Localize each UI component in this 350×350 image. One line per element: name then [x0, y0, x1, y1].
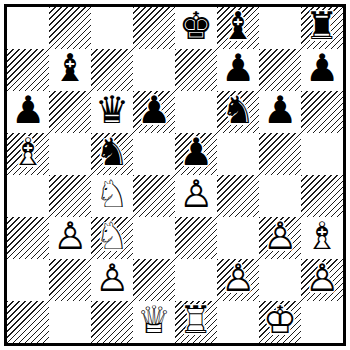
piece-black-pawn[interactable]: ♟♟ — [133, 91, 175, 133]
piece-black-king[interactable]: ♚♚ — [175, 7, 217, 49]
piece-glyph: ♟ — [11, 91, 45, 129]
square-a4[interactable] — [7, 175, 49, 217]
piece-white-pawn[interactable]: ♟♙ — [49, 217, 91, 259]
square-f2[interactable]: ♟♙ — [217, 259, 259, 301]
square-f7[interactable]: ♟♟ — [217, 49, 259, 91]
piece-white-rook[interactable]: ♜♖ — [175, 301, 217, 343]
square-e2[interactable] — [175, 259, 217, 301]
square-c6[interactable]: ♛♛ — [91, 91, 133, 133]
chess-board-frame: ♚♚♝♝♜♜♝♝♟♟♟♟♟♟♛♛♟♟♞♞♟♟♝♗♞♞♟♟♞♘♟♙♟♙♞♘♟♙♝♗… — [4, 4, 346, 346]
square-d8[interactable] — [133, 7, 175, 49]
square-e8[interactable]: ♚♚ — [175, 7, 217, 49]
square-d2[interactable] — [133, 259, 175, 301]
square-e7[interactable] — [175, 49, 217, 91]
piece-glyph: ♖ — [179, 301, 213, 339]
piece-black-pawn[interactable]: ♟♟ — [217, 49, 259, 91]
square-g3[interactable]: ♟♙ — [259, 217, 301, 259]
square-f8[interactable]: ♝♝ — [217, 7, 259, 49]
piece-white-pawn[interactable]: ♟♙ — [217, 259, 259, 301]
piece-glyph: ♗ — [11, 133, 45, 171]
square-g7[interactable] — [259, 49, 301, 91]
piece-black-bishop[interactable]: ♝♝ — [217, 7, 259, 49]
piece-black-rook[interactable]: ♜♜ — [301, 7, 343, 49]
piece-glyph: ♘ — [95, 217, 129, 255]
piece-glyph: ♙ — [263, 217, 297, 255]
piece-glyph: ♝ — [221, 7, 255, 45]
piece-white-king[interactable]: ♚♔ — [259, 301, 301, 343]
piece-glyph: ♕ — [137, 301, 171, 339]
square-e1[interactable]: ♜♖ — [175, 301, 217, 343]
square-d6[interactable]: ♟♟ — [133, 91, 175, 133]
piece-glyph: ♔ — [263, 301, 297, 339]
square-b5[interactable] — [49, 133, 91, 175]
square-f4[interactable] — [217, 175, 259, 217]
piece-black-bishop[interactable]: ♝♝ — [49, 49, 91, 91]
piece-white-knight[interactable]: ♞♘ — [91, 175, 133, 217]
square-h4[interactable] — [301, 175, 343, 217]
square-e3[interactable] — [175, 217, 217, 259]
piece-glyph: ♞ — [221, 91, 255, 129]
square-h8[interactable]: ♜♜ — [301, 7, 343, 49]
piece-black-queen[interactable]: ♛♛ — [91, 91, 133, 133]
piece-glyph: ♜ — [305, 7, 339, 45]
square-a5[interactable]: ♝♗ — [7, 133, 49, 175]
square-b6[interactable] — [49, 91, 91, 133]
piece-glyph: ♙ — [305, 259, 339, 297]
piece-glyph: ♙ — [53, 217, 87, 255]
square-c5[interactable]: ♞♞ — [91, 133, 133, 175]
square-h3[interactable]: ♝♗ — [301, 217, 343, 259]
square-d5[interactable] — [133, 133, 175, 175]
piece-black-pawn[interactable]: ♟♟ — [259, 91, 301, 133]
square-a1[interactable] — [7, 301, 49, 343]
piece-glyph: ♟ — [179, 133, 213, 171]
square-b2[interactable] — [49, 259, 91, 301]
piece-glyph: ♝ — [53, 49, 87, 87]
square-b7[interactable]: ♝♝ — [49, 49, 91, 91]
square-h1[interactable] — [301, 301, 343, 343]
square-d3[interactable] — [133, 217, 175, 259]
piece-glyph: ♟ — [263, 91, 297, 129]
piece-white-bishop[interactable]: ♝♗ — [7, 133, 49, 175]
square-h5[interactable] — [301, 133, 343, 175]
square-c1[interactable] — [91, 301, 133, 343]
square-f5[interactable] — [217, 133, 259, 175]
piece-glyph: ♛ — [95, 91, 129, 129]
piece-white-knight[interactable]: ♞♘ — [91, 217, 133, 259]
piece-white-pawn[interactable]: ♟♙ — [301, 259, 343, 301]
square-g4[interactable] — [259, 175, 301, 217]
piece-glyph: ♗ — [305, 217, 339, 255]
piece-glyph: ♙ — [221, 259, 255, 297]
piece-glyph: ♟ — [305, 49, 339, 87]
square-d1[interactable]: ♛♕ — [133, 301, 175, 343]
square-c2[interactable]: ♟♙ — [91, 259, 133, 301]
piece-black-knight[interactable]: ♞♞ — [91, 133, 133, 175]
square-f1[interactable] — [217, 301, 259, 343]
square-h2[interactable]: ♟♙ — [301, 259, 343, 301]
square-g6[interactable]: ♟♟ — [259, 91, 301, 133]
piece-glyph: ♟ — [137, 91, 171, 129]
square-h6[interactable] — [301, 91, 343, 133]
square-b8[interactable] — [49, 7, 91, 49]
square-d7[interactable] — [133, 49, 175, 91]
square-g5[interactable] — [259, 133, 301, 175]
square-f3[interactable] — [217, 217, 259, 259]
square-g2[interactable] — [259, 259, 301, 301]
square-b3[interactable]: ♟♙ — [49, 217, 91, 259]
square-a3[interactable] — [7, 217, 49, 259]
square-g8[interactable] — [259, 7, 301, 49]
piece-black-knight[interactable]: ♞♞ — [217, 91, 259, 133]
square-a7[interactable] — [7, 49, 49, 91]
piece-black-pawn[interactable]: ♟♟ — [7, 91, 49, 133]
square-g1[interactable]: ♚♔ — [259, 301, 301, 343]
square-c8[interactable] — [91, 7, 133, 49]
square-e5[interactable]: ♟♟ — [175, 133, 217, 175]
piece-white-pawn[interactable]: ♟♙ — [91, 259, 133, 301]
square-c4[interactable]: ♞♘ — [91, 175, 133, 217]
piece-glyph: ♙ — [95, 259, 129, 297]
piece-glyph: ♘ — [95, 175, 129, 213]
square-d4[interactable] — [133, 175, 175, 217]
square-e4[interactable]: ♟♙ — [175, 175, 217, 217]
piece-glyph: ♚ — [179, 7, 213, 45]
square-c7[interactable] — [91, 49, 133, 91]
piece-white-pawn[interactable]: ♟♙ — [175, 175, 217, 217]
piece-glyph: ♟ — [221, 49, 255, 87]
chess-board: ♚♚♝♝♜♜♝♝♟♟♟♟♟♟♛♛♟♟♞♞♟♟♝♗♞♞♟♟♞♘♟♙♟♙♞♘♟♙♝♗… — [7, 7, 343, 343]
square-b4[interactable] — [49, 175, 91, 217]
square-a6[interactable]: ♟♟ — [7, 91, 49, 133]
square-f6[interactable]: ♞♞ — [217, 91, 259, 133]
square-h7[interactable]: ♟♟ — [301, 49, 343, 91]
square-c3[interactable]: ♞♘ — [91, 217, 133, 259]
piece-white-pawn[interactable]: ♟♙ — [259, 217, 301, 259]
piece-white-bishop[interactable]: ♝♗ — [301, 217, 343, 259]
square-b1[interactable] — [49, 301, 91, 343]
square-a2[interactable] — [7, 259, 49, 301]
piece-glyph: ♞ — [95, 133, 129, 171]
piece-white-queen[interactable]: ♛♕ — [133, 301, 175, 343]
piece-black-pawn[interactable]: ♟♟ — [175, 133, 217, 175]
square-e6[interactable] — [175, 91, 217, 133]
piece-black-pawn[interactable]: ♟♟ — [301, 49, 343, 91]
square-a8[interactable] — [7, 7, 49, 49]
piece-glyph: ♙ — [179, 175, 213, 213]
